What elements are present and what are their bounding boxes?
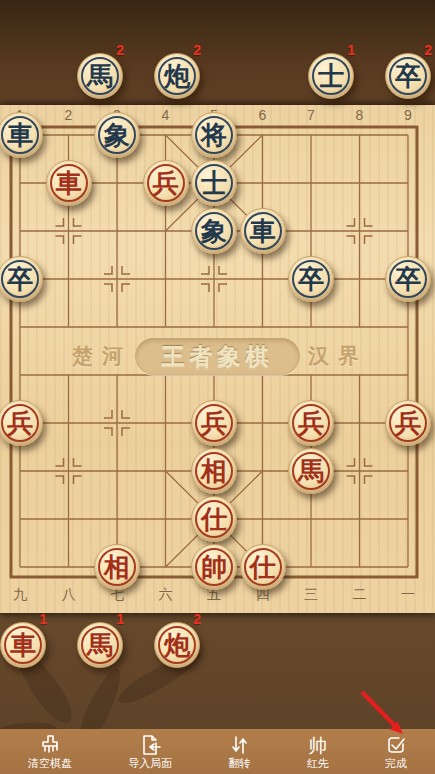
board-piece-兵[interactable]: 兵 bbox=[191, 400, 237, 446]
piece-glyph: 馬 bbox=[289, 449, 333, 493]
piece-glyph: 帥 bbox=[192, 545, 236, 589]
tray-piece-炮[interactable]: 炮2 bbox=[154, 622, 200, 668]
piece-count-badge: 2 bbox=[193, 611, 201, 627]
toolbar-label: 清空棋盘 bbox=[28, 757, 72, 769]
tray-piece-炮[interactable]: 炮2 bbox=[154, 53, 200, 99]
tray-piece-馬[interactable]: 馬2 bbox=[77, 53, 123, 99]
bottom-toolbar: 清空棋盘 导入局面 翻转 帅 红先 完成 bbox=[0, 729, 435, 774]
piece-glyph: 車 bbox=[1, 623, 45, 667]
piece-glyph: 炮 bbox=[155, 623, 199, 667]
piece-glyph: 兵 bbox=[192, 401, 236, 445]
piece-glyph: 相 bbox=[95, 545, 139, 589]
piece-glyph: 兵 bbox=[386, 401, 430, 445]
tray-piece-卒[interactable]: 卒2 bbox=[385, 53, 431, 99]
flip-board-button[interactable]: 翻转 bbox=[228, 734, 250, 769]
piece-count-badge: 2 bbox=[193, 42, 201, 58]
board-piece-兵[interactable]: 兵 bbox=[385, 400, 431, 446]
board-piece-象[interactable]: 象 bbox=[191, 208, 237, 254]
board-piece-仕[interactable]: 仕 bbox=[191, 496, 237, 542]
board-piece-兵[interactable]: 兵 bbox=[143, 160, 189, 206]
board-piece-卒[interactable]: 卒 bbox=[0, 256, 43, 302]
board-piece-象[interactable]: 象 bbox=[94, 112, 140, 158]
piece-glyph: 仕 bbox=[192, 497, 236, 541]
import-icon bbox=[139, 734, 161, 756]
piece-glyph: 車 bbox=[0, 113, 42, 157]
board-piece-相[interactable]: 相 bbox=[94, 544, 140, 590]
board-piece-車[interactable]: 車 bbox=[240, 208, 286, 254]
board-piece-士[interactable]: 士 bbox=[191, 160, 237, 206]
board-piece-将[interactable]: 将 bbox=[191, 112, 237, 158]
board-piece-卒[interactable]: 卒 bbox=[385, 256, 431, 302]
board-piece-馬[interactable]: 馬 bbox=[288, 448, 334, 494]
piece-glyph: 士 bbox=[192, 161, 236, 205]
piece-count-badge: 2 bbox=[424, 42, 432, 58]
tray-piece-士[interactable]: 士1 bbox=[308, 53, 354, 99]
piece-glyph: 兵 bbox=[0, 401, 42, 445]
toolbar-label: 红先 bbox=[307, 757, 329, 769]
piece-count-badge: 1 bbox=[39, 611, 47, 627]
board-piece-帥[interactable]: 帥 bbox=[191, 544, 237, 590]
tray-piece-車[interactable]: 車1 bbox=[0, 622, 46, 668]
import-position-button[interactable]: 导入局面 bbox=[128, 734, 172, 769]
board-piece-仕[interactable]: 仕 bbox=[240, 544, 286, 590]
piece-glyph: 兵 bbox=[289, 401, 333, 445]
brush-icon bbox=[39, 734, 61, 756]
toolbar-label: 完成 bbox=[385, 757, 407, 769]
piece-glyph: 卒 bbox=[0, 257, 42, 301]
red-moves-first-button[interactable]: 帅 红先 bbox=[307, 734, 329, 769]
piece-glyph: 車 bbox=[47, 161, 91, 205]
toolbar-label: 翻转 bbox=[228, 757, 250, 769]
piece-glyph: 馬 bbox=[78, 54, 122, 98]
tray-piece-馬[interactable]: 馬1 bbox=[77, 622, 123, 668]
piece-glyph: 炮 bbox=[155, 54, 199, 98]
piece-glyph: 象 bbox=[192, 209, 236, 253]
piece-glyph: 兵 bbox=[144, 161, 188, 205]
piece-glyph: 士 bbox=[309, 54, 353, 98]
board-piece-車[interactable]: 車 bbox=[0, 112, 43, 158]
piece-glyph: 馬 bbox=[78, 623, 122, 667]
xiangqi-board-editor: 123456789 九八七六五四三二一 楚河 汉界 王者象棋 車象将車兵士象車卒… bbox=[0, 0, 435, 774]
piece-glyph: 象 bbox=[95, 113, 139, 157]
piece-glyph: 卒 bbox=[289, 257, 333, 301]
piece-count-badge: 2 bbox=[116, 42, 124, 58]
piece-glyph: 卒 bbox=[386, 54, 430, 98]
board-grid[interactable]: 車象将車兵士象車卒卒卒兵兵兵兵相馬仕相帥仕 bbox=[0, 111, 432, 591]
clear-board-button[interactable]: 清空棋盘 bbox=[28, 734, 72, 769]
piece-glyph: 卒 bbox=[386, 257, 430, 301]
piece-glyph: 将 bbox=[192, 113, 236, 157]
board-area: 123456789 九八七六五四三二一 楚河 汉界 王者象棋 車象将車兵士象車卒… bbox=[0, 105, 435, 613]
board-piece-車[interactable]: 車 bbox=[46, 160, 92, 206]
piece-count-badge: 1 bbox=[347, 42, 355, 58]
piece-glyph: 仕 bbox=[241, 545, 285, 589]
done-button[interactable]: 完成 bbox=[385, 734, 407, 769]
board-piece-兵[interactable]: 兵 bbox=[0, 400, 43, 446]
board-piece-卒[interactable]: 卒 bbox=[288, 256, 334, 302]
flip-icon bbox=[228, 734, 250, 756]
piece-count-badge: 1 bbox=[116, 611, 124, 627]
piece-glyph: 相 bbox=[192, 449, 236, 493]
red-general-icon: 帅 bbox=[308, 734, 327, 756]
toolbar-label: 导入局面 bbox=[128, 757, 172, 769]
done-check-icon bbox=[385, 734, 407, 756]
board-piece-相[interactable]: 相 bbox=[191, 448, 237, 494]
board-piece-兵[interactable]: 兵 bbox=[288, 400, 334, 446]
piece-glyph: 車 bbox=[241, 209, 285, 253]
